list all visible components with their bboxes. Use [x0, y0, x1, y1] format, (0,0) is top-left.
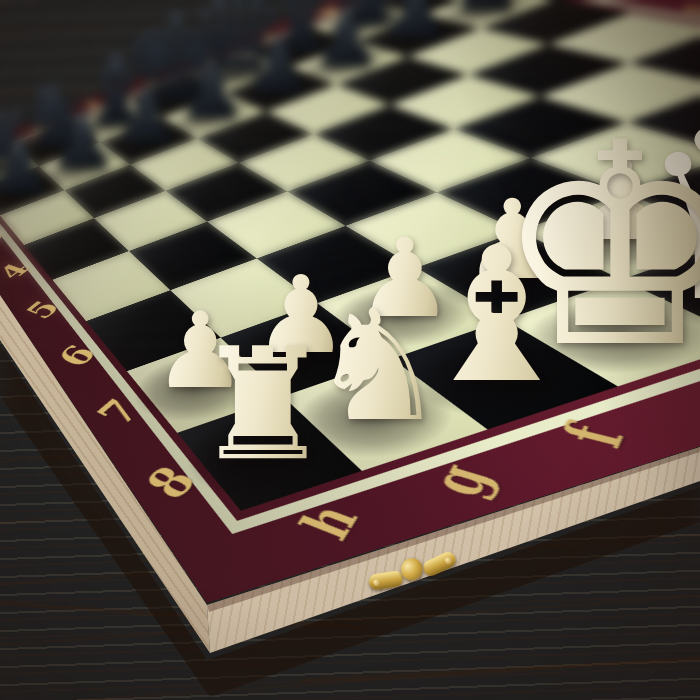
piece-black-pawn-e2[interactable]: ♟	[177, 53, 246, 130]
piece-black-pawn-d2[interactable]: ♟	[244, 26, 314, 104]
piece-black-pawn-g2[interactable]: ♟	[49, 105, 116, 180]
piece-black-pawn-c2[interactable]: ♟	[311, 0, 381, 78]
piece-black-pawn-h2[interactable]: ♟	[0, 130, 54, 205]
piece-black-pawn-a2[interactable]: ♟	[451, 0, 523, 23]
chess-photo-scene: 1122334455667788aabbccddeeffgghh ♟♟♟♟♟♟♟…	[0, 0, 700, 700]
clasp-wing-right	[421, 549, 459, 578]
piece-black-pawn-f2[interactable]: ♟	[113, 80, 181, 156]
piece-white-rook-h8[interactable]: ♜	[194, 327, 333, 482]
piece-black-pawn-b2[interactable]: ♟	[380, 0, 451, 51]
